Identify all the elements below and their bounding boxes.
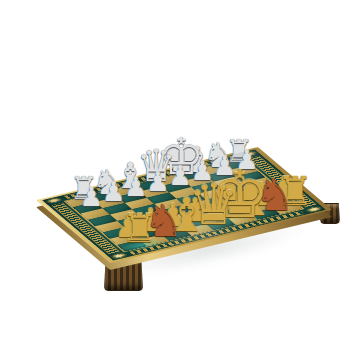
chess-set-photo: ✳ ✳ ✳ ✳ ♜♞♝♛♚♝♞♜♟♟♟♟♟♟♟♟♟♟♟♟♟♟♟♟♜♞♝♛♚♝♞♜: [0, 0, 350, 350]
